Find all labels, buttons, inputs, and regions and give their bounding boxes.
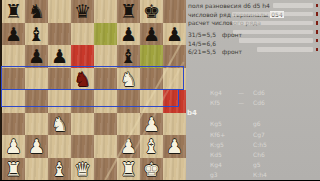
move-row-2: Кf5—Сd6	[186, 98, 320, 108]
black-queen-icon: ♛	[71, 0, 94, 23]
square-f7[interactable]: ♟	[117, 23, 140, 46]
analysis-notes-panel[interactable]: поля разновесия d6 d5 h4 числовой ряд те…	[186, 0, 320, 180]
black-move: Сd6	[253, 89, 265, 96]
red-bullet-icon	[316, 21, 318, 25]
black-move: С:h5	[253, 141, 267, 148]
black-pawn-icon: ♟	[25, 45, 48, 68]
square-a7[interactable]: ♟	[2, 23, 25, 46]
square-h1[interactable]	[163, 158, 186, 181]
move-label: b4	[186, 108, 320, 119]
red-bullet-icon	[316, 39, 319, 43]
move-row-8: g3К:h4	[186, 170, 320, 180]
square-e2[interactable]	[94, 135, 117, 158]
move-row-3: Кg5g6	[186, 119, 320, 129]
square-b6[interactable]: ♟	[25, 45, 48, 68]
move-row-6: Кd5Сh6	[186, 150, 320, 160]
black-pawn-icon: ♟	[48, 45, 71, 68]
white-move: g3	[210, 170, 238, 180]
square-d7[interactable]	[71, 23, 94, 46]
black-king-icon: ♚	[140, 0, 163, 23]
faint-list-row	[232, 27, 318, 36]
square-a8[interactable]: ♜	[2, 0, 25, 23]
black-move: g6	[253, 120, 261, 127]
square-a6[interactable]	[2, 45, 25, 68]
square-g7[interactable]: ♟	[140, 23, 163, 46]
faint-text-bar	[239, 38, 313, 43]
faint-text-bar	[232, 12, 313, 17]
annotation-rect-rank4	[1, 89, 179, 107]
black-rook-icon: ♜	[2, 0, 25, 23]
white-move: Кd5	[210, 150, 238, 160]
square-h8[interactable]	[163, 0, 186, 23]
square-h3[interactable]	[163, 113, 186, 136]
square-e3[interactable]	[94, 113, 117, 136]
faint-list-row	[232, 36, 318, 45]
red-bullet-icon	[316, 12, 318, 16]
white-rook-icon: ♜	[117, 158, 140, 181]
white-move: К:g5	[210, 140, 238, 150]
white-queen-icon: ♛	[71, 158, 94, 181]
square-c8[interactable]	[48, 0, 71, 23]
calc-expression: 31/5=5,5	[188, 31, 218, 40]
move-row-4: Кf6+Сg7	[186, 130, 320, 140]
square-c3[interactable]: ♞	[48, 113, 71, 136]
square-e8[interactable]	[94, 0, 117, 23]
square-g2[interactable]: ♝	[140, 135, 163, 158]
red-bullet-icon	[316, 30, 319, 34]
faint-list-row	[232, 19, 318, 28]
square-b3[interactable]	[25, 113, 48, 136]
square-c7[interactable]	[48, 23, 71, 46]
white-move: Кg5	[210, 119, 238, 129]
square-b7[interactable]: ♝	[25, 23, 48, 46]
black-pawn-icon: ♟	[2, 23, 25, 46]
square-g1[interactable]: ♚	[140, 158, 163, 181]
annotation-rect-rank5	[1, 66, 184, 90]
move-list: Кg4—Сd6Кf5—Сd6b4Кg5g6Кf6+Сg7К:g5С:h5Кd5С…	[186, 88, 320, 180]
calc-expression: 14/5=6,6	[188, 40, 218, 49]
square-e6[interactable]	[94, 45, 117, 68]
square-d6[interactable]	[71, 45, 94, 68]
square-d8[interactable]: ♛	[71, 0, 94, 23]
square-g8[interactable]: ♚	[140, 0, 163, 23]
square-e7[interactable]	[94, 23, 117, 46]
black-pawn-icon: ♟	[140, 23, 163, 46]
black-knight-icon: ♞	[25, 0, 48, 23]
black-bishop-icon: ♝	[117, 45, 140, 68]
black-move: К:h4	[253, 171, 267, 178]
faint-text-bar	[257, 47, 313, 52]
white-move: Кg4	[210, 160, 238, 170]
red-bullet-icon	[316, 48, 319, 52]
square-f1[interactable]: ♜	[117, 158, 140, 181]
white-pawn-icon: ♟	[163, 135, 186, 158]
red-bullet-icon	[316, 4, 319, 8]
square-a3[interactable]	[2, 113, 25, 136]
faint-text-bar	[233, 30, 313, 35]
screenshot-root: ♜♞♛♜♚♟♝♟♟♟♟♟♝♞♞♞♟♟♟♟♝♟♜♝♛♜♚ поля разнове…	[0, 0, 320, 180]
white-move: Кf5	[210, 98, 238, 108]
square-c1[interactable]: ♝	[48, 158, 71, 181]
square-h2[interactable]: ♟	[163, 135, 186, 158]
square-a1[interactable]: ♜	[2, 158, 25, 181]
black-move: g5	[253, 161, 261, 168]
black-pawn-icon: ♟	[117, 23, 140, 46]
square-b8[interactable]: ♞	[25, 0, 48, 23]
square-g6[interactable]	[140, 45, 163, 68]
move-row-1: Кg4—Сd6	[186, 88, 320, 98]
move-separator: —	[238, 98, 253, 108]
square-f8[interactable]: ♜	[117, 0, 140, 23]
black-rook-icon: ♜	[117, 0, 140, 23]
square-c2[interactable]	[48, 135, 71, 158]
black-bishop-icon: ♝	[25, 23, 48, 46]
faint-list-row	[232, 45, 318, 54]
faint-text-bar	[273, 3, 313, 8]
move-row-7: Кg4g5	[186, 160, 320, 170]
white-move: Кg4	[210, 88, 238, 98]
faint-list-overlay	[232, 1, 318, 54]
faint-text-bar	[232, 21, 313, 26]
black-move: Сd6	[253, 99, 265, 106]
white-bishop-icon: ♝	[48, 158, 71, 181]
white-rook-icon: ♜	[2, 158, 25, 181]
calc-expression: 6/21=5,5	[188, 48, 218, 57]
white-move: Кf6+	[210, 130, 238, 140]
square-b1[interactable]	[25, 158, 48, 181]
square-a2[interactable]: ♟	[2, 135, 25, 158]
white-pawn-icon: ♟	[2, 135, 25, 158]
square-d1[interactable]: ♛	[71, 158, 94, 181]
square-d2[interactable]	[71, 135, 94, 158]
white-bishop-icon: ♝	[140, 135, 163, 158]
square-f6[interactable]: ♝	[117, 45, 140, 68]
square-d3[interactable]	[71, 113, 94, 136]
move-separator: —	[238, 88, 253, 98]
white-king-icon: ♚	[140, 158, 163, 181]
square-b2[interactable]: ♟	[25, 135, 48, 158]
black-move: Сh6	[253, 151, 265, 158]
white-pawn-icon: ♟	[25, 135, 48, 158]
black-move: Сg7	[253, 131, 265, 138]
square-c6[interactable]: ♟	[48, 45, 71, 68]
faint-list-row	[232, 10, 318, 19]
move-row-5: К:g5С:h5	[186, 140, 320, 150]
faint-list-row	[232, 1, 318, 10]
white-knight-icon: ♞	[48, 113, 71, 136]
